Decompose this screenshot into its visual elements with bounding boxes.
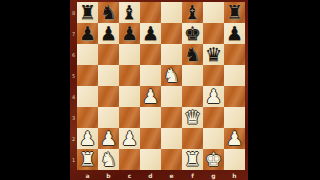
square-f6[interactable]: ♞ (182, 44, 203, 65)
square-e5[interactable]: ♞ (161, 65, 182, 86)
square-a3[interactable] (77, 107, 98, 128)
file-label-c: c (119, 170, 140, 180)
square-c7[interactable]: ♟ (119, 23, 140, 44)
square-f3[interactable]: ♛ (182, 107, 203, 128)
chess-board-frame: 87654321 ♜♞♝♝♜♟♟♟♟♚♟♞♛♞♟♟♛♟♟♟♟♜♞♜♚ abcde… (70, 0, 248, 180)
square-f7[interactable]: ♚ (182, 23, 203, 44)
square-c3[interactable] (119, 107, 140, 128)
square-h1[interactable] (224, 149, 245, 170)
piece-black-rook-icon[interactable]: ♜ (79, 2, 96, 23)
file-label-a: a (77, 170, 98, 180)
square-b8[interactable]: ♞ (98, 2, 119, 23)
piece-white-rook-icon[interactable]: ♜ (184, 149, 201, 170)
file-labels: abcdefgh (77, 170, 245, 180)
file-label-g: g (203, 170, 224, 180)
piece-black-pawn-icon[interactable]: ♟ (79, 23, 96, 44)
square-e7[interactable] (161, 23, 182, 44)
square-e6[interactable] (161, 44, 182, 65)
chess-board[interactable]: ♜♞♝♝♜♟♟♟♟♚♟♞♛♞♟♟♛♟♟♟♟♜♞♜♚ (77, 2, 245, 170)
piece-black-bishop-icon[interactable]: ♝ (184, 2, 201, 23)
piece-white-rook-icon[interactable]: ♜ (79, 149, 96, 170)
square-c2[interactable]: ♟ (119, 128, 140, 149)
piece-black-bishop-icon[interactable]: ♝ (121, 2, 138, 23)
piece-white-pawn-icon[interactable]: ♟ (205, 86, 222, 107)
square-h5[interactable] (224, 65, 245, 86)
piece-black-queen-icon[interactable]: ♛ (205, 44, 222, 65)
square-b6[interactable] (98, 44, 119, 65)
square-c6[interactable] (119, 44, 140, 65)
square-d4[interactable]: ♟ (140, 86, 161, 107)
piece-black-knight-icon[interactable]: ♞ (184, 44, 201, 65)
square-b4[interactable] (98, 86, 119, 107)
square-c8[interactable]: ♝ (119, 2, 140, 23)
rank-label-1: 1 (70, 149, 77, 170)
square-a1[interactable]: ♜ (77, 149, 98, 170)
rank-label-5: 5 (70, 65, 77, 86)
square-f5[interactable] (182, 65, 203, 86)
file-label-e: e (161, 170, 182, 180)
piece-black-pawn-icon[interactable]: ♟ (121, 23, 138, 44)
piece-white-pawn-icon[interactable]: ♟ (226, 128, 243, 149)
piece-black-pawn-icon[interactable]: ♟ (226, 23, 243, 44)
file-label-h: h (224, 170, 245, 180)
square-d2[interactable] (140, 128, 161, 149)
square-a7[interactable]: ♟ (77, 23, 98, 44)
piece-black-rook-icon[interactable]: ♜ (226, 2, 243, 23)
piece-white-knight-icon[interactable]: ♞ (163, 65, 180, 86)
square-h2[interactable]: ♟ (224, 128, 245, 149)
square-a6[interactable] (77, 44, 98, 65)
square-e8[interactable] (161, 2, 182, 23)
square-c4[interactable] (119, 86, 140, 107)
square-b3[interactable] (98, 107, 119, 128)
square-d6[interactable] (140, 44, 161, 65)
rank-label-8: 8 (70, 2, 77, 23)
square-g2[interactable] (203, 128, 224, 149)
file-label-b: b (98, 170, 119, 180)
square-b5[interactable] (98, 65, 119, 86)
square-g7[interactable] (203, 23, 224, 44)
square-f8[interactable]: ♝ (182, 2, 203, 23)
square-g1[interactable]: ♚ (203, 149, 224, 170)
piece-white-pawn-icon[interactable]: ♟ (100, 128, 117, 149)
piece-white-pawn-icon[interactable]: ♟ (79, 128, 96, 149)
square-d7[interactable]: ♟ (140, 23, 161, 44)
square-a4[interactable] (77, 86, 98, 107)
rank-label-4: 4 (70, 86, 77, 107)
square-f1[interactable]: ♜ (182, 149, 203, 170)
square-d3[interactable] (140, 107, 161, 128)
piece-black-pawn-icon[interactable]: ♟ (100, 23, 117, 44)
square-e1[interactable] (161, 149, 182, 170)
square-h3[interactable] (224, 107, 245, 128)
piece-black-pawn-icon[interactable]: ♟ (142, 23, 159, 44)
square-g4[interactable]: ♟ (203, 86, 224, 107)
square-c1[interactable] (119, 149, 140, 170)
square-e2[interactable] (161, 128, 182, 149)
file-label-f: f (182, 170, 203, 180)
rank-label-3: 3 (70, 107, 77, 128)
piece-white-knight-icon[interactable]: ♞ (100, 149, 117, 170)
square-h6[interactable] (224, 44, 245, 65)
square-g8[interactable] (203, 2, 224, 23)
square-a8[interactable]: ♜ (77, 2, 98, 23)
square-h7[interactable]: ♟ (224, 23, 245, 44)
square-c5[interactable] (119, 65, 140, 86)
rank-labels: 87654321 (70, 2, 77, 170)
file-label-d: d (140, 170, 161, 180)
square-d8[interactable] (140, 2, 161, 23)
square-b1[interactable]: ♞ (98, 149, 119, 170)
piece-white-pawn-icon[interactable]: ♟ (142, 86, 159, 107)
square-b2[interactable]: ♟ (98, 128, 119, 149)
square-a5[interactable] (77, 65, 98, 86)
square-f4[interactable] (182, 86, 203, 107)
piece-white-queen-icon[interactable]: ♛ (184, 107, 201, 128)
square-g3[interactable] (203, 107, 224, 128)
square-e3[interactable] (161, 107, 182, 128)
square-a2[interactable]: ♟ (77, 128, 98, 149)
rank-label-7: 7 (70, 23, 77, 44)
square-h8[interactable]: ♜ (224, 2, 245, 23)
piece-black-knight-icon[interactable]: ♞ (100, 2, 117, 23)
square-g6[interactable]: ♛ (203, 44, 224, 65)
rank-label-6: 6 (70, 44, 77, 65)
video-frame: 87654321 ♜♞♝♝♜♟♟♟♟♚♟♞♛♞♟♟♛♟♟♟♟♜♞♜♚ abcde… (0, 0, 320, 180)
piece-black-king-icon[interactable]: ♚ (184, 23, 201, 44)
square-e4[interactable] (161, 86, 182, 107)
square-d1[interactable] (140, 149, 161, 170)
square-b7[interactable]: ♟ (98, 23, 119, 44)
square-h4[interactable] (224, 86, 245, 107)
square-d5[interactable] (140, 65, 161, 86)
rank-label-2: 2 (70, 128, 77, 149)
piece-white-pawn-icon[interactable]: ♟ (121, 128, 138, 149)
square-f2[interactable] (182, 128, 203, 149)
square-g5[interactable] (203, 65, 224, 86)
piece-white-king-icon[interactable]: ♚ (205, 149, 222, 170)
